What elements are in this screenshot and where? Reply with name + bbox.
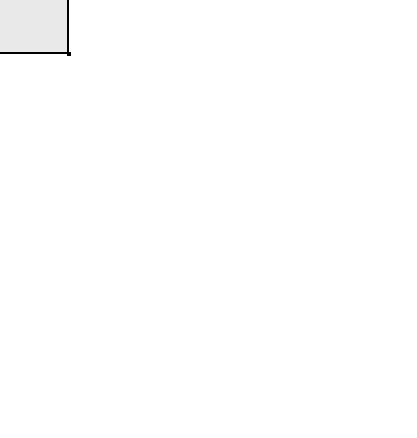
nonogram-page [0,0,417,438]
corner-watermark [0,0,69,54]
puzzle-board [67,52,71,56]
